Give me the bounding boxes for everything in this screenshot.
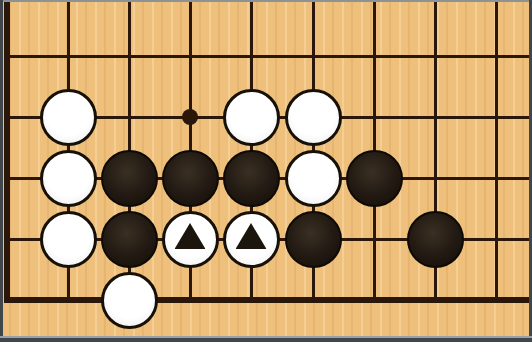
go-board[interactable] [0, 0, 532, 342]
star-point [182, 109, 198, 125]
white-stone[interactable] [40, 211, 97, 268]
grid-line-vertical [4, 2, 10, 303]
grid-line-horizontal [4, 297, 532, 303]
grid-line-horizontal [4, 55, 532, 58]
black-stone[interactable] [346, 150, 403, 207]
triangle-mark-icon [175, 223, 206, 249]
black-stone[interactable] [223, 150, 280, 207]
go-diagram [0, 0, 532, 342]
white-stone[interactable] [285, 89, 342, 146]
white-stone[interactable] [40, 89, 97, 146]
white-stone[interactable] [223, 211, 280, 268]
frame-border-top [0, 0, 532, 2]
black-stone[interactable] [101, 150, 158, 207]
frame-border-bottom [0, 338, 532, 342]
triangle-mark-icon [236, 223, 267, 249]
white-stone[interactable] [223, 89, 280, 146]
black-stone[interactable] [101, 211, 158, 268]
black-stone[interactable] [162, 150, 219, 207]
frame-border-left [0, 0, 3, 342]
white-stone[interactable] [101, 272, 158, 329]
white-stone[interactable] [285, 150, 342, 207]
black-stone[interactable] [285, 211, 342, 268]
white-stone[interactable] [40, 150, 97, 207]
black-stone[interactable] [407, 211, 464, 268]
grid-line-vertical [495, 2, 498, 303]
white-stone[interactable] [162, 211, 219, 268]
